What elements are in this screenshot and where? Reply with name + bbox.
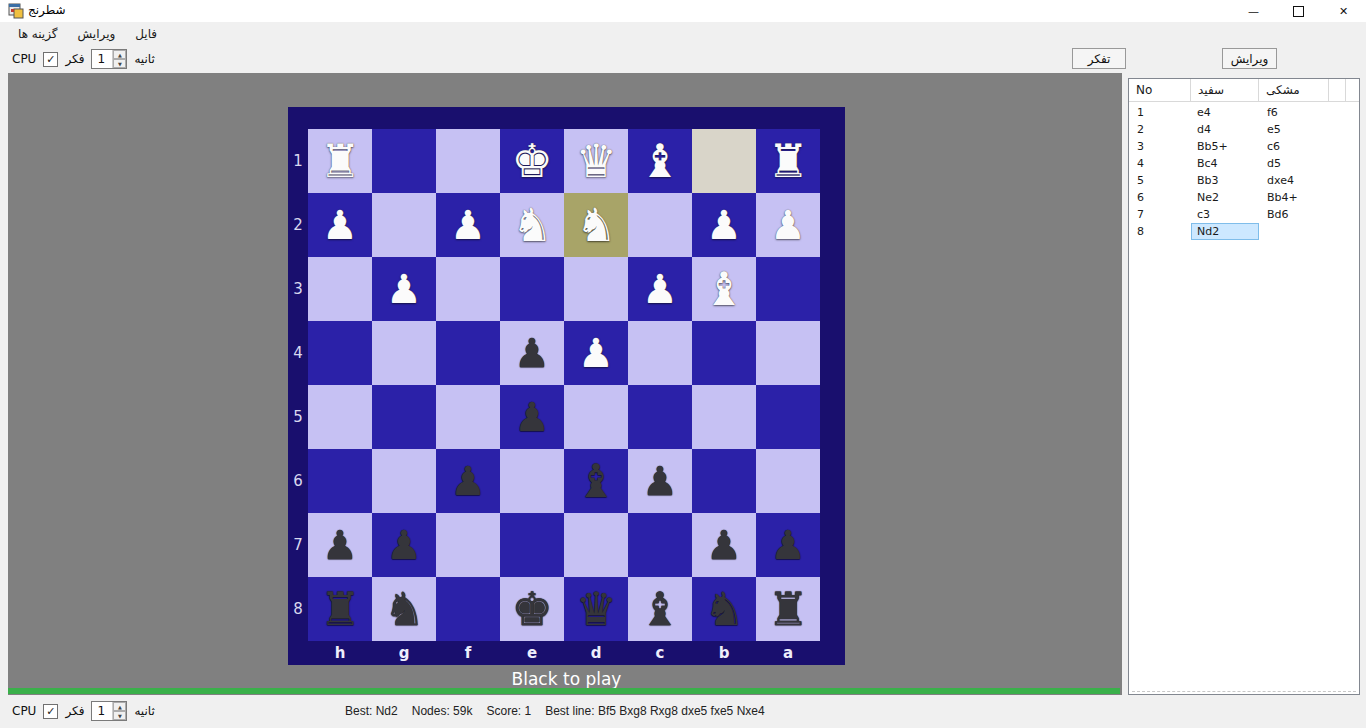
square-c7[interactable] (628, 513, 692, 577)
cpu-label-bottom: CPU (12, 704, 36, 718)
move-cell-black-5[interactable]: dxe4 (1259, 172, 1329, 189)
black-pawn: ♟ (770, 513, 806, 577)
square-b5[interactable] (692, 385, 756, 449)
menu-item-0[interactable]: گزینه ها (8, 25, 68, 43)
white-bishop: ♝ (639, 129, 680, 193)
black-bishop: ♝ (575, 449, 616, 513)
black-queen: ♛ (575, 577, 616, 641)
column-header-filler (1329, 79, 1346, 101)
menu-bar: گزینه هاویرایشفایل (0, 22, 1366, 46)
square-d2[interactable]: ♞ (564, 193, 628, 257)
file-label-c: c (628, 641, 692, 665)
square-f3[interactable] (436, 257, 500, 321)
move-rows: 1e4f62d4e53Bb5+c64Bc4d55Bb3dxe46Ne2Bb4+7… (1129, 102, 1359, 240)
rank-label-8: 8 (288, 577, 308, 641)
square-e4[interactable]: ♟ (500, 321, 564, 385)
square-a8[interactable]: ♜ (756, 577, 820, 641)
file-label-d: d (564, 641, 628, 665)
menu-item-1[interactable]: ویرایش (68, 25, 126, 43)
black-pawn: ♟ (514, 321, 550, 385)
rank-label-7: 7 (288, 513, 308, 577)
move-cell-black-7[interactable]: Bd6 (1259, 206, 1329, 223)
file-label-e: e (500, 641, 564, 665)
board-grid: ♜♚♛♝♜♟♟♞♞♟♟♟♟♝♟♟♟♟♝♟♟♟♟♟♜♞♚♛♝♞♜ (308, 129, 820, 641)
column-header-black[interactable]: مشکی (1259, 79, 1329, 101)
white-bishop: ♝ (703, 257, 744, 321)
move-row-5: 5Bb3dxe4 (1129, 172, 1359, 189)
seconds-label-bottom: ثانیه (134, 704, 154, 718)
engine-nodes: Nodes: 59k (412, 704, 473, 718)
move-row-6: 6Ne2Bb4+ (1129, 189, 1359, 206)
window-controls: — ✕ (1231, 0, 1366, 22)
menu-item-2[interactable]: فایل (125, 25, 167, 43)
seconds-value[interactable]: 1 (92, 50, 112, 68)
chess-board: 12345678 ♜♚♛♝♜♟♟♞♞♟♟♟♟♝♟♟♟♟♝♟♟♟♟♟♜♞♚♛♝♞♜… (288, 107, 845, 665)
square-h7[interactable]: ♟ (308, 513, 372, 577)
square-g7[interactable]: ♟ (372, 513, 436, 577)
white-knight: ♞ (575, 193, 616, 257)
square-f5[interactable] (436, 385, 500, 449)
square-a4[interactable] (756, 321, 820, 385)
black-pawn: ♟ (322, 513, 358, 577)
square-c2[interactable] (628, 193, 692, 257)
square-e5[interactable]: ♟ (500, 385, 564, 449)
window-title: شطرنج (28, 3, 66, 17)
rank-label-1: 1 (288, 129, 308, 193)
move-cell-white-7[interactable]: c3 (1191, 206, 1259, 223)
move-cell-white-2[interactable]: d4 (1191, 121, 1259, 138)
square-d7[interactable] (564, 513, 628, 577)
white-pawn: ♟ (450, 193, 486, 257)
maximize-icon[interactable] (1276, 0, 1321, 22)
white-pawn: ♟ (386, 257, 422, 321)
rank-label-2: 2 (288, 193, 308, 257)
progress-bar (8, 688, 1120, 694)
square-h4[interactable] (308, 321, 372, 385)
move-cell-white-6[interactable]: Ne2 (1191, 189, 1259, 206)
white-knight: ♞ (511, 193, 552, 257)
cpu-label: CPU (12, 52, 36, 66)
board-panel: 12345678 ♜♚♛♝♜♟♟♞♞♟♟♟♟♝♟♟♟♟♝♟♟♟♟♟♜♞♚♛♝♞♜… (8, 73, 1122, 695)
spinner-down-icon-bottom[interactable]: ▼ (113, 711, 126, 720)
square-c3[interactable]: ♟ (628, 257, 692, 321)
seconds-stepper[interactable]: 1 ▲ ▼ (91, 49, 127, 69)
square-a2[interactable]: ♟ (756, 193, 820, 257)
square-f8[interactable] (436, 577, 500, 641)
move-cell-black-1[interactable]: f6 (1259, 104, 1329, 121)
column-header-white[interactable]: سفید (1191, 79, 1259, 101)
square-h2[interactable]: ♟ (308, 193, 372, 257)
black-pawn: ♟ (706, 513, 742, 577)
white-pawn: ♟ (706, 193, 742, 257)
white-pawn: ♟ (642, 257, 678, 321)
square-g6[interactable] (372, 449, 436, 513)
move-cell-no-8[interactable]: 8 (1129, 223, 1191, 240)
black-pawn: ♟ (642, 449, 678, 513)
think-checkbox-bottom[interactable]: ✓ (43, 704, 58, 719)
move-row-3: 3Bb5+c6 (1129, 138, 1359, 155)
black-bishop: ♝ (639, 577, 680, 641)
black-pawn: ♟ (514, 385, 550, 449)
move-cell-no-2[interactable]: 2 (1129, 121, 1191, 138)
white-pawn: ♟ (770, 193, 806, 257)
status-bar: CPU ✓ فکر 1 ▲ ▼ ثانیه Best: Nd2 Nodes: 5… (0, 695, 1366, 728)
square-e6[interactable] (500, 449, 564, 513)
think-checkbox[interactable]: ✓ (43, 52, 58, 67)
file-labels: hgfedcba (308, 641, 820, 665)
engine-score: Score: 1 (486, 704, 531, 718)
square-c1[interactable]: ♝ (628, 129, 692, 193)
square-g8[interactable]: ♞ (372, 577, 436, 641)
app-window: شطرنج — ✕ گزینه هاویرایشفایل CPU ✓ فکر 1… (0, 0, 1366, 728)
move-cell-no-3[interactable]: 3 (1129, 138, 1191, 155)
white-rook: ♜ (767, 129, 808, 193)
engine-best-line: Best line: Bf5 Bxg8 Rxg8 dxe5 fxe5 Nxe4 (545, 704, 764, 718)
square-d1[interactable]: ♛ (564, 129, 628, 193)
square-d8[interactable]: ♛ (564, 577, 628, 641)
square-a1[interactable]: ♜ (756, 129, 820, 193)
black-rook: ♜ (767, 577, 808, 641)
square-f4[interactable] (436, 321, 500, 385)
move-cell-no-5[interactable]: 5 (1129, 172, 1191, 189)
square-c4[interactable] (628, 321, 692, 385)
move-row-1: 1e4f6 (1129, 104, 1359, 121)
square-d5[interactable] (564, 385, 628, 449)
move-cell-no-7[interactable]: 7 (1129, 206, 1191, 223)
move-cell-white-1[interactable]: e4 (1191, 104, 1259, 121)
square-e3[interactable] (500, 257, 564, 321)
stepper-spinner: ▲ ▼ (112, 50, 126, 68)
square-h5[interactable] (308, 385, 372, 449)
edit-button[interactable]: ویرایش (1222, 48, 1277, 69)
close-icon[interactable]: ✕ (1321, 0, 1366, 22)
black-pawn: ♟ (450, 449, 486, 513)
engine-best: Best: Nd2 (345, 704, 398, 718)
white-pawn: ♟ (322, 193, 358, 257)
square-e1[interactable]: ♚ (500, 129, 564, 193)
focus-line (1132, 691, 1356, 692)
app-icon (8, 3, 24, 19)
think-button[interactable]: تفکر (1072, 48, 1126, 69)
square-g4[interactable] (372, 321, 436, 385)
move-cell-black-8[interactable] (1259, 223, 1329, 240)
black-knight: ♞ (703, 577, 744, 641)
rank-label-3: 3 (288, 257, 308, 321)
move-list-header: No سفید مشکی (1129, 79, 1359, 102)
turn-indicator: Black to play (288, 669, 845, 689)
spinner-up-icon[interactable]: ▲ (113, 50, 126, 59)
square-a5[interactable] (756, 385, 820, 449)
seconds-value-bottom[interactable]: 1 (92, 702, 112, 720)
black-king: ♚ (511, 577, 552, 641)
square-h8[interactable]: ♜ (308, 577, 372, 641)
square-b7[interactable]: ♟ (692, 513, 756, 577)
square-f2[interactable]: ♟ (436, 193, 500, 257)
square-d6[interactable]: ♝ (564, 449, 628, 513)
square-c5[interactable] (628, 385, 692, 449)
square-a6[interactable] (756, 449, 820, 513)
think-label: فکر (65, 52, 84, 66)
square-g3[interactable]: ♟ (372, 257, 436, 321)
white-rook: ♜ (319, 129, 360, 193)
move-cell-white-8[interactable]: Nd2 (1191, 223, 1259, 240)
spinner-down-icon[interactable]: ▼ (113, 59, 126, 68)
square-h1[interactable]: ♜ (308, 129, 372, 193)
move-row-8: 8Nd2 (1129, 223, 1359, 240)
move-cell-black-2[interactable]: e5 (1259, 121, 1329, 138)
move-cell-white-4[interactable]: Bc4 (1191, 155, 1259, 172)
white-pawn: ♟ (578, 321, 614, 385)
move-list-panel: No سفید مشکی 1e4f62d4e53Bb5+c64Bc4d55Bb3… (1128, 78, 1360, 695)
square-d4[interactable]: ♟ (564, 321, 628, 385)
minimize-icon[interactable]: — (1231, 0, 1276, 22)
move-cell-no-4[interactable]: 4 (1129, 155, 1191, 172)
square-a3[interactable] (756, 257, 820, 321)
square-b1[interactable] (692, 129, 756, 193)
spinner-up-icon-bottom[interactable]: ▲ (113, 702, 126, 711)
stepper-spinner-bottom: ▲ ▼ (112, 702, 126, 720)
file-label-b: b (692, 641, 756, 665)
square-f6[interactable]: ♟ (436, 449, 500, 513)
move-cell-black-6[interactable]: Bb4+ (1259, 189, 1329, 206)
square-e8[interactable]: ♚ (500, 577, 564, 641)
rank-label-4: 4 (288, 321, 308, 385)
move-cell-white-5[interactable]: Bb3 (1191, 172, 1259, 189)
black-pawn: ♟ (386, 513, 422, 577)
column-header-no[interactable]: No (1129, 79, 1191, 101)
file-label-g: g (372, 641, 436, 665)
square-b3[interactable]: ♝ (692, 257, 756, 321)
move-row-7: 7c3Bd6 (1129, 206, 1359, 223)
square-e2[interactable]: ♞ (500, 193, 564, 257)
rank-label-5: 5 (288, 385, 308, 449)
file-label-a: a (756, 641, 820, 665)
square-b8[interactable]: ♞ (692, 577, 756, 641)
seconds-stepper-bottom[interactable]: 1 ▲ ▼ (91, 701, 127, 721)
rank-label-6: 6 (288, 449, 308, 513)
engine-info: Best: Nd2 Nodes: 59k Score: 1 Best line:… (345, 704, 765, 718)
toolbar: CPU ✓ فکر 1 ▲ ▼ ثانیه تفکر ویرایش (0, 46, 1366, 73)
move-row-4: 4Bc4d5 (1129, 155, 1359, 172)
square-c6[interactable]: ♟ (628, 449, 692, 513)
title-bar: شطرنج — ✕ (0, 0, 1366, 22)
move-cell-no-6[interactable]: 6 (1129, 189, 1191, 206)
square-b6[interactable] (692, 449, 756, 513)
square-h3[interactable] (308, 257, 372, 321)
square-g1[interactable] (372, 129, 436, 193)
black-knight: ♞ (383, 577, 424, 641)
square-f1[interactable] (436, 129, 500, 193)
square-e7[interactable] (500, 513, 564, 577)
seconds-label: ثانیه (134, 52, 154, 66)
square-h6[interactable] (308, 449, 372, 513)
file-label-h: h (308, 641, 372, 665)
square-g5[interactable] (372, 385, 436, 449)
file-label-f: f (436, 641, 500, 665)
square-a7[interactable]: ♟ (756, 513, 820, 577)
square-b4[interactable] (692, 321, 756, 385)
square-f7[interactable] (436, 513, 500, 577)
square-b2[interactable]: ♟ (692, 193, 756, 257)
square-g2[interactable] (372, 193, 436, 257)
cpu-controls-bottom: CPU ✓ فکر 1 ▲ ▼ ثانیه (12, 701, 155, 721)
cpu-controls-top: CPU ✓ فکر 1 ▲ ▼ ثانیه (12, 49, 155, 69)
move-cell-black-3[interactable]: c6 (1259, 138, 1329, 155)
white-queen: ♛ (575, 129, 616, 193)
square-d3[interactable] (564, 257, 628, 321)
move-cell-white-3[interactable]: Bb5+ (1191, 138, 1259, 155)
move-row-2: 2d4e5 (1129, 121, 1359, 138)
black-rook: ♜ (319, 577, 360, 641)
move-cell-black-4[interactable]: d5 (1259, 155, 1329, 172)
square-c8[interactable]: ♝ (628, 577, 692, 641)
think-label-bottom: فکر (65, 704, 84, 718)
move-cell-no-1[interactable]: 1 (1129, 104, 1191, 121)
white-king: ♚ (511, 129, 552, 193)
rank-labels: 12345678 (288, 129, 308, 641)
